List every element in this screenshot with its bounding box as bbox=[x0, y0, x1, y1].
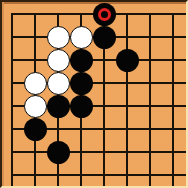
black-stone bbox=[47, 95, 70, 118]
stones-layer bbox=[1, 3, 185, 187]
black-stone bbox=[47, 141, 70, 164]
black-stone bbox=[93, 26, 116, 49]
black-stone bbox=[93, 3, 116, 26]
circle-marker bbox=[98, 8, 111, 21]
black-stone bbox=[116, 49, 139, 72]
black-stone bbox=[70, 95, 93, 118]
white-stone bbox=[47, 26, 70, 49]
white-stone bbox=[47, 49, 70, 72]
white-stone bbox=[70, 26, 93, 49]
black-stone bbox=[24, 118, 47, 141]
white-stone bbox=[47, 72, 70, 95]
black-stone bbox=[70, 72, 93, 95]
white-stone bbox=[24, 95, 47, 118]
white-stone bbox=[24, 72, 47, 95]
go-board[interactable] bbox=[0, 0, 188, 188]
black-stone bbox=[70, 49, 93, 72]
